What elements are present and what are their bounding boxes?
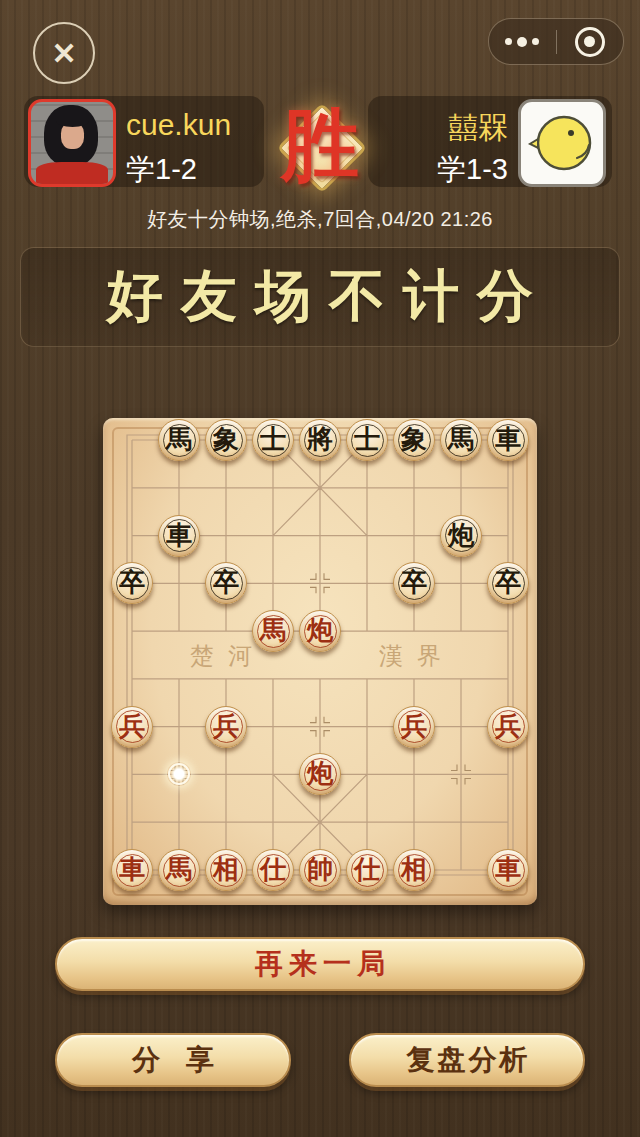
piece-black-象[interactable]: 象	[205, 419, 247, 461]
piece-character: 車	[495, 426, 521, 452]
minimize-button[interactable]	[557, 27, 624, 57]
piece-red-兵[interactable]: 兵	[111, 706, 153, 748]
piece-red-帥[interactable]: 帥	[299, 849, 341, 891]
more-icon	[532, 38, 539, 45]
piece-character: 卒	[119, 569, 145, 595]
victory-badge: 胜	[272, 98, 368, 194]
player-left-name: cue.kun	[126, 108, 231, 142]
piece-black-炮[interactable]: 炮	[440, 515, 482, 557]
piece-character: 車	[166, 522, 192, 548]
piece-black-車[interactable]: 車	[487, 419, 529, 461]
piece-character: 車	[119, 856, 145, 882]
piece-black-馬[interactable]: 馬	[440, 419, 482, 461]
piece-character: 馬	[260, 617, 286, 643]
play-again-button[interactable]: 再来一局	[55, 937, 585, 991]
board-grid: 楚河 漢界	[132, 440, 508, 870]
record-icon	[575, 27, 605, 57]
analysis-button[interactable]: 复盘分析	[349, 1033, 585, 1087]
close-button[interactable]: ✕	[33, 22, 95, 84]
piece-black-將[interactable]: 將	[299, 419, 341, 461]
chick-icon	[521, 102, 603, 184]
title-panel: 好友场不计分	[20, 247, 620, 347]
piece-character: 卒	[213, 569, 239, 595]
piece-red-仕[interactable]: 仕	[252, 849, 294, 891]
piece-character: 車	[495, 856, 521, 882]
badge-win-character: 胜	[272, 98, 368, 194]
piece-black-馬[interactable]: 馬	[158, 419, 200, 461]
piece-red-兵[interactable]: 兵	[393, 706, 435, 748]
share-button[interactable]: 分享	[55, 1033, 291, 1087]
more-menu-button[interactable]	[489, 37, 556, 47]
piece-character: 炮	[448, 522, 474, 548]
piece-character: 馬	[166, 856, 192, 882]
piece-character: 士	[260, 426, 286, 452]
play-again-label: 再来一局	[255, 945, 391, 983]
piece-red-車[interactable]: 車	[111, 849, 153, 891]
avatar-player-right[interactable]	[518, 99, 606, 187]
piece-red-兵[interactable]: 兵	[205, 706, 247, 748]
piece-red-相[interactable]: 相	[393, 849, 435, 891]
analysis-label: 复盘分析	[407, 1041, 531, 1079]
avatar-player-left[interactable]	[28, 99, 116, 187]
xiangqi-board[interactable]: 楚河 漢界 馬象士將士象馬車車炮卒卒卒卒馬炮兵兵兵兵炮車馬相仕帥仕相車	[103, 418, 537, 905]
piece-character: 兵	[495, 713, 521, 739]
piece-character: 象	[213, 426, 239, 452]
piece-character: 卒	[401, 569, 427, 595]
close-icon: ✕	[51, 36, 76, 71]
piece-character: 馬	[448, 426, 474, 452]
piece-character: 兵	[119, 713, 145, 739]
piece-red-兵[interactable]: 兵	[487, 706, 529, 748]
piece-character: 卒	[495, 569, 521, 595]
player-right-rank: 学1-3	[437, 150, 508, 190]
piece-character: 炮	[307, 760, 333, 786]
piece-character: 兵	[213, 713, 239, 739]
piece-character: 馬	[166, 426, 192, 452]
miniprogram-capsule	[488, 18, 624, 65]
piece-red-馬[interactable]: 馬	[252, 610, 294, 652]
share-label: 分享	[132, 1041, 240, 1079]
piece-character: 象	[401, 426, 427, 452]
piece-character: 帥	[307, 856, 333, 882]
piece-black-士[interactable]: 士	[252, 419, 294, 461]
piece-character: 將	[307, 426, 333, 452]
river-label-left: 楚河	[190, 642, 266, 670]
piece-red-炮[interactable]: 炮	[299, 610, 341, 652]
piece-black-車[interactable]: 車	[158, 515, 200, 557]
piece-character: 仕	[260, 856, 286, 882]
piece-red-馬[interactable]: 馬	[158, 849, 200, 891]
piece-character: 士	[354, 426, 380, 452]
piece-character: 兵	[401, 713, 427, 739]
piece-character: 炮	[307, 617, 333, 643]
piece-character: 仕	[354, 856, 380, 882]
avatar-clothes	[36, 162, 108, 184]
game-result-screen: ✕ cue.kun 学1-2 胜 囍槑 学1-3 好友十分钟场,绝杀,7回合,0…	[0, 0, 640, 1137]
piece-red-仕[interactable]: 仕	[346, 849, 388, 891]
piece-character: 相	[213, 856, 239, 882]
more-icon	[505, 38, 512, 45]
river-label-right: 漢界	[379, 642, 455, 670]
page-title: 好友场不计分	[89, 259, 551, 335]
piece-black-象[interactable]: 象	[393, 419, 435, 461]
piece-red-車[interactable]: 車	[487, 849, 529, 891]
piece-black-士[interactable]: 士	[346, 419, 388, 461]
more-icon	[517, 37, 527, 47]
piece-character: 相	[401, 856, 427, 882]
player-left-rank: 学1-2	[126, 150, 197, 190]
match-info-text: 好友十分钟场,绝杀,7回合,04/20 21:26	[0, 206, 640, 233]
player-right-name: 囍槑	[448, 108, 508, 149]
piece-red-相[interactable]: 相	[205, 849, 247, 891]
